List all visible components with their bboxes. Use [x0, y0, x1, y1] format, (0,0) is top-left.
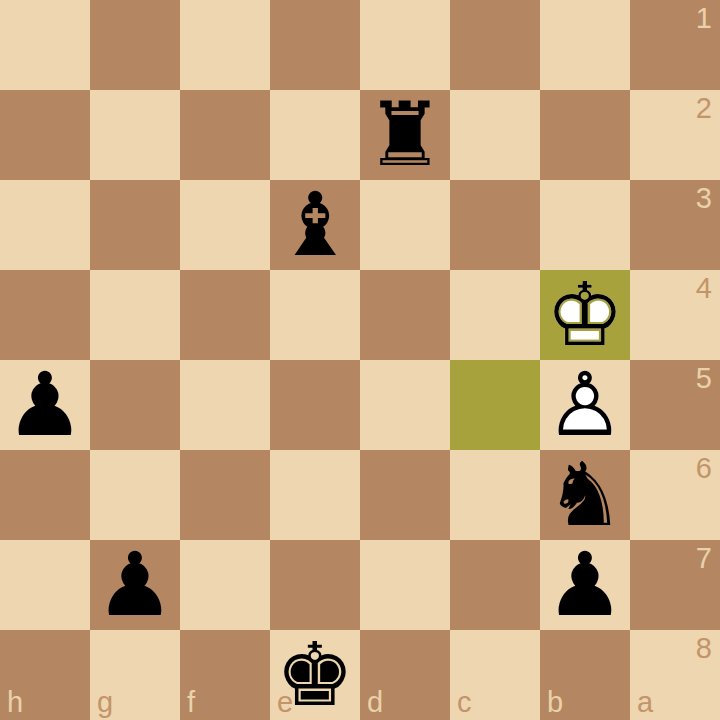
- square-g1[interactable]: [90, 0, 180, 90]
- black-pawn[interactable]: ♟: [90, 540, 180, 630]
- square-e2[interactable]: [270, 90, 360, 180]
- square-a4[interactable]: [630, 270, 720, 360]
- black-pawn-glyph: ♟: [0, 360, 90, 450]
- square-e8[interactable]: ♚: [270, 630, 360, 720]
- square-g3[interactable]: [90, 180, 180, 270]
- square-e3[interactable]: ♝: [270, 180, 360, 270]
- square-e6[interactable]: [270, 450, 360, 540]
- black-king[interactable]: ♚: [270, 630, 360, 720]
- square-c1[interactable]: [450, 0, 540, 90]
- chess-app: ♜♝♚♔♟♟♙♞♟♟♚ hgfedcba12345678: [0, 0, 720, 720]
- square-a8[interactable]: [630, 630, 720, 720]
- square-e4[interactable]: [270, 270, 360, 360]
- square-h4[interactable]: [0, 270, 90, 360]
- square-a2[interactable]: [630, 90, 720, 180]
- square-h6[interactable]: [0, 450, 90, 540]
- square-f1[interactable]: [180, 0, 270, 90]
- square-d3[interactable]: [360, 180, 450, 270]
- square-b8[interactable]: [540, 630, 630, 720]
- square-g7[interactable]: ♟: [90, 540, 180, 630]
- square-b1[interactable]: [540, 0, 630, 90]
- square-c3[interactable]: [450, 180, 540, 270]
- square-e7[interactable]: [270, 540, 360, 630]
- square-d1[interactable]: [360, 0, 450, 90]
- black-knight[interactable]: ♞: [540, 450, 630, 540]
- black-rook[interactable]: ♜: [360, 90, 450, 180]
- square-h2[interactable]: [0, 90, 90, 180]
- black-pawn[interactable]: ♟: [540, 540, 630, 630]
- square-h5[interactable]: ♟: [0, 360, 90, 450]
- square-e5[interactable]: [270, 360, 360, 450]
- chess-board: ♜♝♚♔♟♟♙♞♟♟♚: [0, 0, 720, 720]
- black-king-glyph: ♚: [270, 630, 360, 720]
- square-a7[interactable]: [630, 540, 720, 630]
- white-king[interactable]: ♚♔: [540, 270, 630, 360]
- white-pawn-outline: ♙: [540, 360, 630, 450]
- square-c6[interactable]: [450, 450, 540, 540]
- black-rook-glyph: ♜: [360, 90, 450, 180]
- square-f6[interactable]: [180, 450, 270, 540]
- square-h3[interactable]: [0, 180, 90, 270]
- square-b7[interactable]: ♟: [540, 540, 630, 630]
- square-d5[interactable]: [360, 360, 450, 450]
- square-a5[interactable]: [630, 360, 720, 450]
- square-b3[interactable]: [540, 180, 630, 270]
- square-h8[interactable]: [0, 630, 90, 720]
- square-f2[interactable]: [180, 90, 270, 180]
- square-d6[interactable]: [360, 450, 450, 540]
- square-b4[interactable]: ♚♔: [540, 270, 630, 360]
- square-c2[interactable]: [450, 90, 540, 180]
- black-bishop[interactable]: ♝: [270, 180, 360, 270]
- black-pawn[interactable]: ♟: [0, 360, 90, 450]
- black-pawn-glyph: ♟: [540, 540, 630, 630]
- square-c7[interactable]: [450, 540, 540, 630]
- square-a1[interactable]: [630, 0, 720, 90]
- square-f7[interactable]: [180, 540, 270, 630]
- square-g2[interactable]: [90, 90, 180, 180]
- square-h7[interactable]: [0, 540, 90, 630]
- square-g8[interactable]: [90, 630, 180, 720]
- square-f8[interactable]: [180, 630, 270, 720]
- square-c5[interactable]: [450, 360, 540, 450]
- square-e1[interactable]: [270, 0, 360, 90]
- square-b2[interactable]: [540, 90, 630, 180]
- square-g5[interactable]: [90, 360, 180, 450]
- black-pawn-glyph: ♟: [90, 540, 180, 630]
- square-b6[interactable]: ♞: [540, 450, 630, 540]
- square-d2[interactable]: ♜: [360, 90, 450, 180]
- square-c8[interactable]: [450, 630, 540, 720]
- square-a6[interactable]: [630, 450, 720, 540]
- white-king-outline: ♔: [540, 270, 630, 360]
- square-d4[interactable]: [360, 270, 450, 360]
- square-d7[interactable]: [360, 540, 450, 630]
- square-f3[interactable]: [180, 180, 270, 270]
- square-a3[interactable]: [630, 180, 720, 270]
- square-g6[interactable]: [90, 450, 180, 540]
- black-bishop-glyph: ♝: [270, 180, 360, 270]
- black-knight-glyph: ♞: [540, 450, 630, 540]
- square-f4[interactable]: [180, 270, 270, 360]
- square-f5[interactable]: [180, 360, 270, 450]
- square-b5[interactable]: ♟♙: [540, 360, 630, 450]
- square-h1[interactable]: [0, 0, 90, 90]
- square-c4[interactable]: [450, 270, 540, 360]
- white-pawn[interactable]: ♟♙: [540, 360, 630, 450]
- square-g4[interactable]: [90, 270, 180, 360]
- square-d8[interactable]: [360, 630, 450, 720]
